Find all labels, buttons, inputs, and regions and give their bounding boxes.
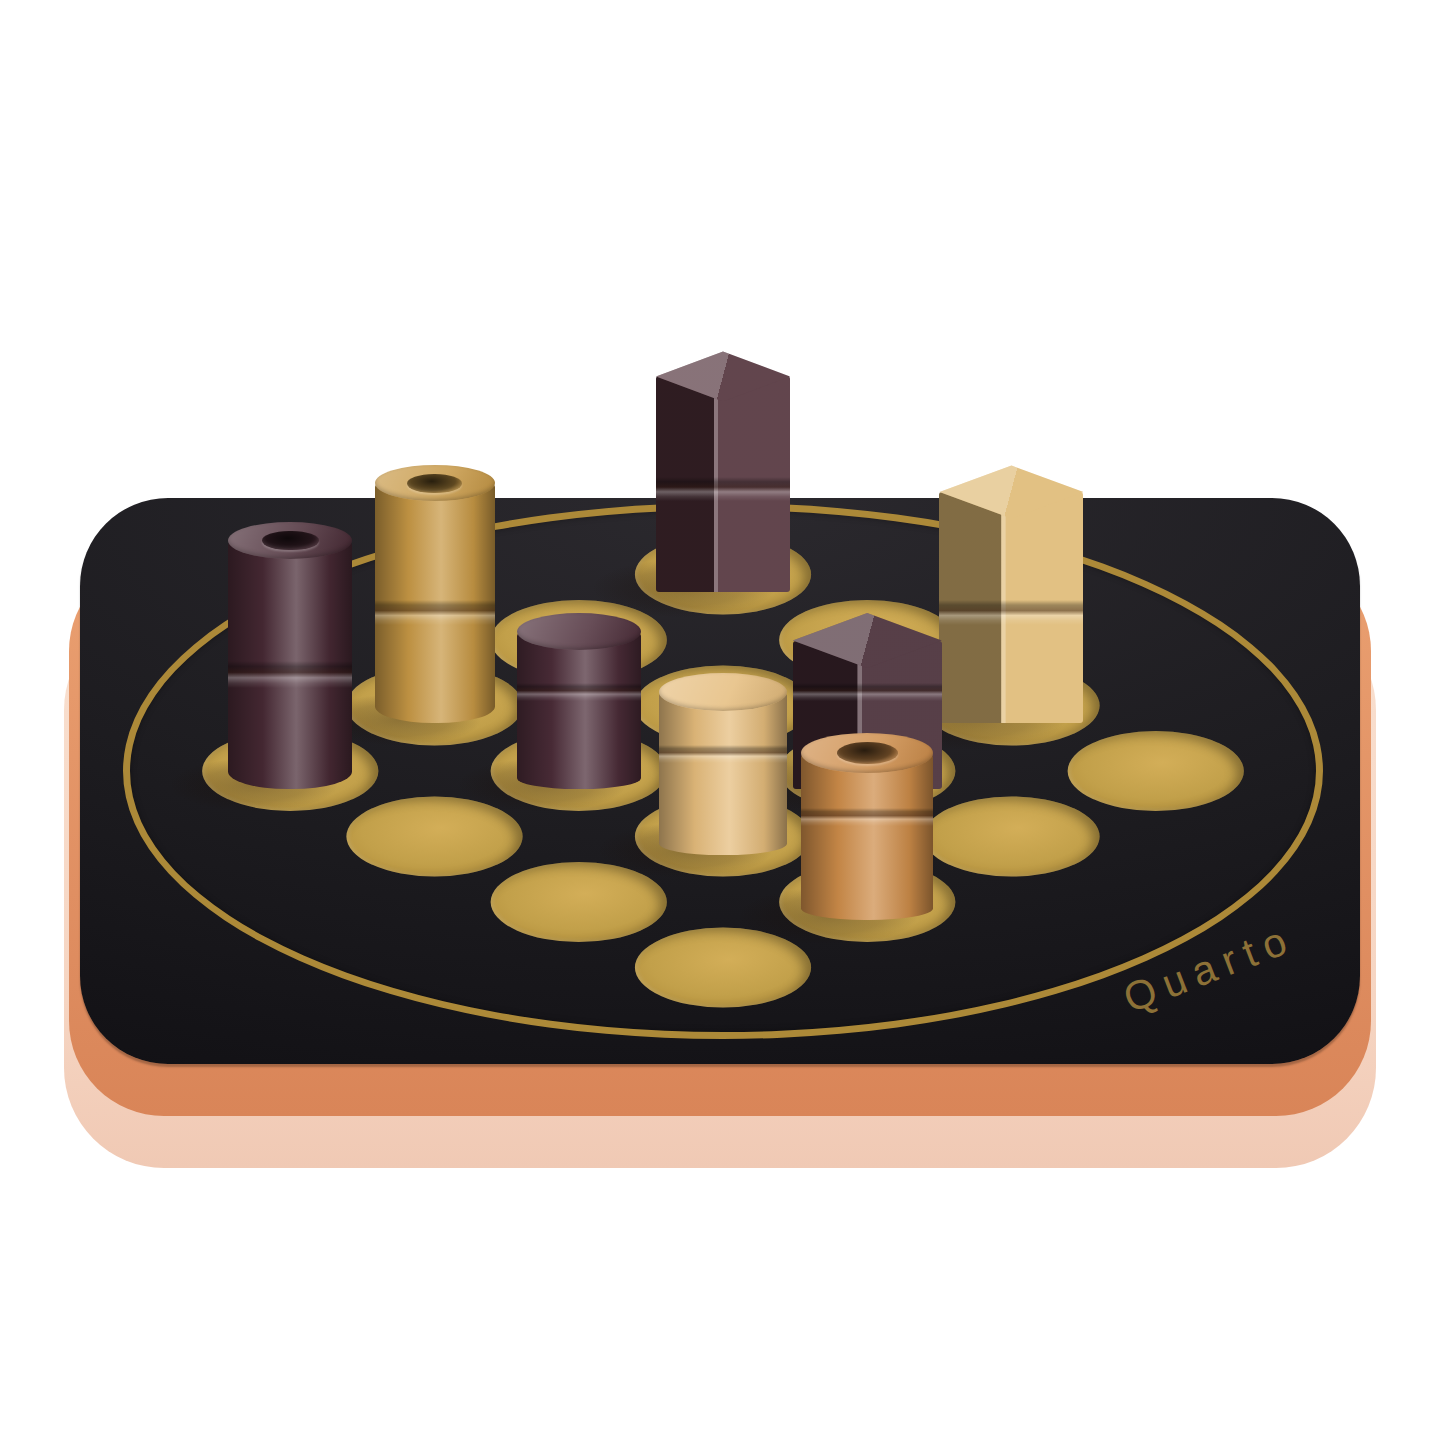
piece-top <box>228 522 352 559</box>
piece-hollow-hole <box>837 742 898 764</box>
piece-side <box>659 692 787 855</box>
tall-dark-square-solid[interactable] <box>656 351 790 592</box>
piece-top <box>517 613 641 650</box>
piece-groove <box>659 745 787 763</box>
scene: Quarto <box>0 0 1440 1440</box>
piece-hollow-hole <box>407 474 462 493</box>
tall-light-round-hollow[interactable] <box>375 465 495 723</box>
piece-groove <box>517 683 641 701</box>
tall-dark-round-hollow[interactable] <box>228 522 352 789</box>
short-light-round-solid[interactable] <box>659 673 787 855</box>
short-light-round-hollow[interactable] <box>801 733 933 920</box>
piece-groove <box>228 661 352 688</box>
piece-groove <box>375 600 495 626</box>
piece-top <box>659 673 787 711</box>
piece-groove <box>801 808 933 827</box>
piece-groove <box>939 600 1083 626</box>
piece-groove <box>656 477 790 501</box>
piece-side <box>801 753 933 920</box>
piece-hollow-hole <box>262 531 319 551</box>
short-dark-round-solid[interactable] <box>517 613 641 789</box>
tall-light-square-solid[interactable] <box>939 465 1083 723</box>
piece-top <box>801 733 933 773</box>
piece-side <box>517 632 641 790</box>
piece-groove <box>793 683 942 701</box>
